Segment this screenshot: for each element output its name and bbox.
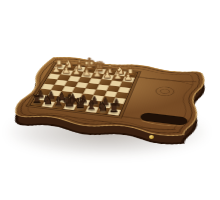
white-pawn: ♟ xyxy=(72,66,81,76)
black-knight: ♞ xyxy=(42,94,53,106)
black-rook: ♜ xyxy=(31,94,41,105)
white-pawn: ♟ xyxy=(92,69,101,79)
square-a8[interactable]: ♜ xyxy=(107,109,121,116)
white-pawn: ♟ xyxy=(51,64,60,74)
brass-latch xyxy=(149,135,154,139)
white-pawn: ♟ xyxy=(61,65,70,75)
black-knight: ♞ xyxy=(96,101,107,114)
white-pawn: ♟ xyxy=(82,67,91,77)
square-a4[interactable] xyxy=(118,87,131,94)
white-pawn: ♟ xyxy=(103,70,112,80)
black-bishop: ♝ xyxy=(85,99,96,111)
board-scene: ♜♞♝♚♛♝♞♜♟♟♟♟♟♟♟♟♟♟♟♟♟♟♟♟♜♞♝♚♛♝♞♜ xyxy=(4,53,211,142)
white-pawn: ♟ xyxy=(123,72,132,82)
product-photo: ♜♞♝♚♛♝♞♜♟♟♟♟♟♟♟♟♟♟♟♟♟♟♟♟♜♞♝♚♛♝♞♜ xyxy=(0,0,220,200)
black-rook: ♜ xyxy=(108,103,118,115)
white-pawn: ♟ xyxy=(113,71,122,81)
black-queen: ♛ xyxy=(73,96,86,111)
